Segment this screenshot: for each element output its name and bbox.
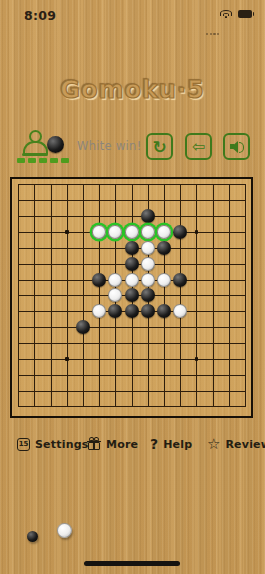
decorative-white-stone <box>57 523 72 538</box>
review-button[interactable]: ☆ Review <box>207 434 265 454</box>
sound-button[interactable] <box>223 133 250 160</box>
question-icon: ? <box>150 436 158 452</box>
settings-label: Settings <box>35 438 89 451</box>
stone-black <box>141 288 155 302</box>
star-icon: ☆ <box>207 437 220 451</box>
gift-icon <box>87 437 101 451</box>
status-bar-time: 8:09 <box>24 8 56 23</box>
stone-white <box>125 273 139 287</box>
restart-button[interactable]: ↻ <box>146 133 173 160</box>
app-title: Gomoku·5 <box>0 76 265 104</box>
grid-line <box>18 391 246 392</box>
stone-black <box>157 241 171 255</box>
help-button[interactable]: ? Help <box>150 434 192 454</box>
person-icon <box>22 130 48 160</box>
stone-black <box>108 304 122 318</box>
star-point <box>195 230 199 234</box>
player-progress-dashes <box>17 158 69 163</box>
battery-icon <box>238 10 252 18</box>
stone-black <box>125 241 139 255</box>
stone-white-winning <box>92 225 106 239</box>
cellular-signal-icon <box>206 16 220 35</box>
stone-white <box>108 288 122 302</box>
stone-black <box>173 225 187 239</box>
stone-white-winning <box>141 225 155 239</box>
stone-black <box>173 273 187 287</box>
stone-white <box>173 304 187 318</box>
stone-black <box>125 288 139 302</box>
game-board <box>10 177 253 418</box>
stone-white <box>141 257 155 271</box>
more-label: More <box>106 438 138 451</box>
stone-white <box>141 241 155 255</box>
grid-line <box>245 184 246 407</box>
grid-line <box>229 184 230 407</box>
board-size-icon: 15 <box>17 438 30 451</box>
stone-white-winning <box>157 225 171 239</box>
more-button[interactable]: More <box>87 434 138 454</box>
undo-arrow-icon: ⇦ <box>192 137 205 156</box>
stone-white-winning <box>108 225 122 239</box>
grid-line <box>18 406 246 407</box>
home-indicator[interactable] <box>84 561 180 566</box>
stone-white <box>141 273 155 287</box>
restart-icon: ↻ <box>152 137 166 157</box>
board-grid[interactable] <box>18 184 245 407</box>
stone-white <box>157 273 171 287</box>
app-screen: 8:09 Gomoku·5 White win! ↻ ⇦ 15 Settings <box>0 0 265 574</box>
star-point <box>195 357 199 361</box>
settings-button[interactable]: 15 Settings <box>17 434 89 454</box>
stone-black <box>157 304 171 318</box>
stone-black <box>141 304 155 318</box>
decorative-black-stone <box>27 531 38 542</box>
undo-button[interactable]: ⇦ <box>185 133 212 160</box>
stone-black <box>141 209 155 223</box>
status-text: White win! <box>77 139 142 153</box>
star-point <box>65 357 69 361</box>
speaker-icon <box>229 140 245 154</box>
current-player-stone-black <box>47 136 64 153</box>
review-label: Review <box>225 438 265 451</box>
wifi-icon <box>220 10 233 20</box>
stone-black <box>125 257 139 271</box>
help-label: Help <box>163 438 192 451</box>
star-point <box>65 230 69 234</box>
stone-black <box>76 320 90 334</box>
stone-white <box>92 304 106 318</box>
stone-black <box>125 304 139 318</box>
stone-white-winning <box>125 225 139 239</box>
grid-line <box>18 375 246 376</box>
stone-black <box>92 273 106 287</box>
stone-white <box>108 273 122 287</box>
